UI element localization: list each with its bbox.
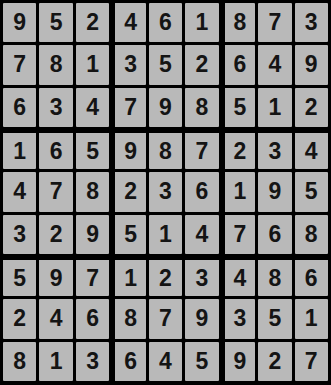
sudoku-cell[interactable]: 1	[112, 257, 145, 296]
sudoku-cell[interactable]: 7	[295, 342, 328, 381]
sudoku-cell[interactable]: 2	[185, 45, 218, 84]
sudoku-cell[interactable]: 5	[76, 130, 109, 169]
sudoku-cell[interactable]: 6	[3, 88, 36, 127]
sudoku-cell[interactable]: 8	[3, 342, 36, 381]
sudoku-cell[interactable]: 7	[3, 45, 36, 84]
sudoku-cell[interactable]: 4	[76, 88, 109, 127]
sudoku-cell[interactable]: 3	[39, 88, 72, 127]
sudoku-cell[interactable]: 9	[258, 172, 291, 211]
sudoku-cell[interactable]: 6	[295, 257, 328, 296]
sudoku-cell[interactable]: 5	[112, 215, 145, 254]
sudoku-cell[interactable]: 6	[185, 172, 218, 211]
sudoku-cell[interactable]: 9	[3, 3, 36, 42]
sudoku-cell[interactable]: 6	[76, 299, 109, 338]
sudoku-cell[interactable]: 2	[112, 172, 145, 211]
sudoku-cell[interactable]: 2	[39, 215, 72, 254]
sudoku-cell[interactable]: 3	[3, 215, 36, 254]
sudoku-cell[interactable]: 9	[295, 45, 328, 84]
sudoku-cell[interactable]: 6	[112, 342, 145, 381]
sudoku-cell[interactable]: 1	[222, 172, 255, 211]
sudoku-cell[interactable]: 5	[149, 45, 182, 84]
sudoku-cell[interactable]: 8	[39, 45, 72, 84]
sudoku-cell[interactable]: 3	[258, 130, 291, 169]
sudoku-cell[interactable]: 3	[222, 299, 255, 338]
sudoku-cell[interactable]: 4	[258, 45, 291, 84]
sudoku-cell[interactable]: 3	[295, 3, 328, 42]
sudoku-cell[interactable]: 9	[149, 88, 182, 127]
sudoku-cell[interactable]: 2	[258, 342, 291, 381]
sudoku-cell[interactable]: 1	[76, 45, 109, 84]
sudoku-cell[interactable]: 3	[185, 257, 218, 296]
sudoku-cell[interactable]: 8	[295, 215, 328, 254]
sudoku-cell[interactable]: 7	[39, 172, 72, 211]
sudoku-cell[interactable]: 1	[185, 3, 218, 42]
sudoku-cell[interactable]: 3	[149, 172, 182, 211]
sudoku-cell[interactable]: 4	[295, 130, 328, 169]
sudoku-cell[interactable]: 5	[295, 172, 328, 211]
sudoku-cell[interactable]: 2	[3, 299, 36, 338]
sudoku-cell[interactable]: 2	[295, 88, 328, 127]
sudoku-cell[interactable]: 9	[222, 342, 255, 381]
sudoku-cell[interactable]: 8	[222, 3, 255, 42]
sudoku-cell[interactable]: 7	[185, 130, 218, 169]
sudoku-cell[interactable]: 5	[258, 299, 291, 338]
sudoku-cell[interactable]: 7	[222, 215, 255, 254]
sudoku-cell[interactable]: 1	[3, 130, 36, 169]
sudoku-cell[interactable]: 5	[185, 342, 218, 381]
sudoku-cell[interactable]: 1	[258, 88, 291, 127]
sudoku-board: 9524618737813526496347985121659872344782…	[0, 0, 331, 385]
sudoku-cell[interactable]: 2	[149, 257, 182, 296]
sudoku-cell[interactable]: 4	[112, 3, 145, 42]
sudoku-cell[interactable]: 2	[76, 3, 109, 42]
sudoku-cell[interactable]: 8	[112, 299, 145, 338]
sudoku-cell[interactable]: 7	[258, 3, 291, 42]
sudoku-cell[interactable]: 3	[112, 45, 145, 84]
sudoku-cell[interactable]: 7	[76, 257, 109, 296]
sudoku-cell[interactable]: 3	[76, 342, 109, 381]
sudoku-cell[interactable]: 2	[222, 130, 255, 169]
sudoku-cell[interactable]: 1	[39, 342, 72, 381]
sudoku-cell[interactable]: 1	[149, 215, 182, 254]
sudoku-cell[interactable]: 8	[258, 257, 291, 296]
sudoku-cell[interactable]: 7	[112, 88, 145, 127]
sudoku-cell[interactable]: 8	[185, 88, 218, 127]
sudoku-cell[interactable]: 6	[258, 215, 291, 254]
sudoku-cell[interactable]: 4	[185, 215, 218, 254]
sudoku-cell[interactable]: 7	[149, 299, 182, 338]
sudoku-cell[interactable]: 1	[295, 299, 328, 338]
sudoku-cell[interactable]: 9	[185, 299, 218, 338]
sudoku-cell[interactable]: 9	[39, 257, 72, 296]
sudoku-cell[interactable]: 6	[39, 130, 72, 169]
sudoku-cell[interactable]: 5	[39, 3, 72, 42]
sudoku-cell[interactable]: 4	[39, 299, 72, 338]
sudoku-cell[interactable]: 5	[222, 88, 255, 127]
sudoku-cell[interactable]: 8	[76, 172, 109, 211]
sudoku-cell[interactable]: 8	[149, 130, 182, 169]
sudoku-cell[interactable]: 4	[149, 342, 182, 381]
sudoku-cell[interactable]: 9	[112, 130, 145, 169]
sudoku-cell[interactable]: 4	[3, 172, 36, 211]
sudoku-cell[interactable]: 6	[222, 45, 255, 84]
sudoku-cell[interactable]: 4	[222, 257, 255, 296]
sudoku-cell[interactable]: 5	[3, 257, 36, 296]
sudoku-cell[interactable]: 9	[76, 215, 109, 254]
sudoku-cell[interactable]: 6	[149, 3, 182, 42]
